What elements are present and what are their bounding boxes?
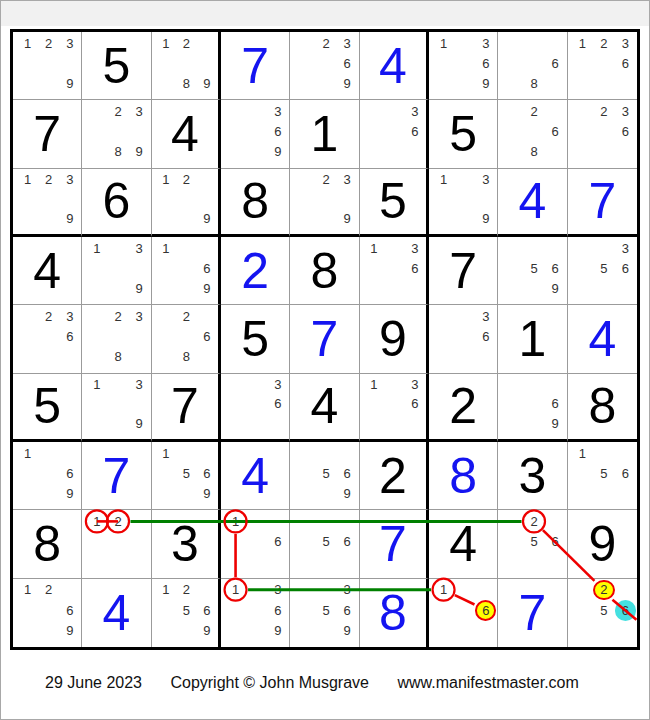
candidate-3: 3 [475,33,496,53]
candidates: 239 [294,170,357,228]
candidate-2: 2 [38,170,59,189]
candidates: 139 [86,375,149,433]
candidate-3: 3 [59,170,80,189]
candidate-6: 6 [615,258,636,278]
candidate-3: 3 [59,306,80,326]
candidates: 236 [572,101,636,161]
candidate-6: 6 [267,600,288,620]
given-digit: 2 [429,374,497,439]
candidate-3: 3 [615,33,636,53]
candidate-2: 2 [176,580,196,600]
cell-r1c9[interactable]: 1236 [568,32,637,100]
given-digit: 7 [13,100,81,167]
candidate-9: 9 [475,209,496,228]
candidate-9: 9 [545,414,566,433]
candidates: 569 [502,238,565,298]
candidate-8: 8 [523,142,544,162]
cell-r4c7[interactable]: 7 [429,237,498,305]
candidate-3: 3 [267,101,288,121]
given-digit: 5 [13,374,81,439]
candidate-5: 5 [315,463,336,483]
candidate-6: 6 [337,53,358,73]
candidates: 236 [17,306,80,366]
candidate-6: 6 [545,121,566,141]
candidate-1: 1 [572,443,593,463]
candidate-6: 6 [267,121,288,141]
solved-digit: 4 [498,169,566,234]
candidate-3: 3 [337,33,358,53]
candidate-2: 2 [38,306,59,326]
candidate-1: 1 [433,33,454,53]
cell-r6c4[interactable]: 36 [221,374,290,442]
candidate-9: 9 [59,483,80,503]
cell-r2c8[interactable]: 268 [498,100,567,168]
cell-r5c5[interactable]: 7 [290,305,359,373]
candidate-6: 6 [545,53,566,73]
candidate-1: 1 [156,443,176,463]
candidate-1: 1 [572,33,593,53]
cell-r4c5[interactable]: 8 [290,237,359,305]
candidate-2: 2 [107,306,128,326]
candidate-6: 6 [615,53,636,73]
candidate-3: 3 [475,170,496,189]
cell-r4c3[interactable]: 169 [152,237,221,305]
cell-r6c5[interactable]: 4 [290,374,359,442]
candidates: 139 [86,238,149,298]
candidate-8: 8 [523,73,544,93]
cell-r3c3[interactable]: 129 [152,169,221,237]
candidate-8: 8 [176,73,196,93]
cell-r6c6[interactable]: 136 [360,374,429,442]
candidates: 169 [156,238,217,298]
cell-r5c8[interactable]: 1 [498,305,567,373]
candidates: 268 [156,306,217,366]
candidate-5: 5 [176,463,196,483]
cell-r4c6[interactable]: 136 [360,237,429,305]
candidate-3: 3 [59,33,80,53]
cell-r5c6[interactable]: 9 [360,305,429,373]
cell-r5c9[interactable]: 4 [568,305,637,373]
given-digit: 6 [82,169,150,234]
cell-r1c1[interactable]: 1239 [13,32,82,100]
candidate-1: 1 [156,238,176,258]
cell-r8c6[interactable]: 7 [360,510,429,578]
candidate-3: 3 [615,238,636,258]
candidates: 12 [86,511,149,571]
candidate-9: 9 [197,278,217,298]
given-digit: 9 [568,510,637,577]
cell-r2c9[interactable]: 236 [568,100,637,168]
candidate-9: 9 [129,278,150,298]
candidates: 2369 [294,33,357,93]
candidate-6: 6 [59,600,80,620]
cell-r6c1[interactable]: 5 [13,374,82,442]
solved-digit: 8 [360,579,426,647]
cell-r8c1[interactable]: 8 [13,510,82,578]
cell-r8c8[interactable]: 256 [498,510,567,578]
candidate-3: 3 [129,375,150,394]
candidate-8: 8 [176,347,196,367]
cell-r3c8[interactable]: 4 [498,169,567,237]
footer-date: 29 June 2023 [45,674,142,691]
candidate-5: 5 [523,531,544,551]
candidate-3: 3 [267,375,288,394]
cell-r4c8[interactable]: 569 [498,237,567,305]
candidate-2: 2 [176,170,196,189]
candidate-5: 5 [176,600,196,620]
candidate-5: 5 [315,531,336,551]
candidate-6: 6 [545,258,566,278]
candidates: 12569 [156,580,217,641]
candidate-1: 1 [17,580,38,600]
sudoku-board: 1239512897236941369681236723894369136526… [10,29,640,650]
given-digit: 4 [13,237,81,304]
candidates: 256 [572,580,636,641]
cell-r7c7[interactable]: 8 [429,442,498,510]
candidate-6: 6 [197,463,217,483]
footer-url: www.manifestmaster.com [397,674,578,691]
candidate-3: 3 [337,580,358,600]
cell-r8c3[interactable]: 3 [152,510,221,578]
cell-r1c6[interactable]: 4 [360,32,429,100]
candidate-2: 2 [176,33,196,53]
candidate-6: 6 [615,600,636,620]
candidate-6: 6 [59,463,80,483]
cell-r8c9[interactable]: 9 [568,510,637,578]
cell-r5c1[interactable]: 236 [13,305,82,373]
candidate-6: 6 [197,258,217,278]
candidate-1: 1 [17,170,38,189]
candidate-3: 3 [615,101,636,121]
solved-digit: 8 [429,442,497,509]
cell-r4c9[interactable]: 356 [568,237,637,305]
candidate-6: 6 [475,600,496,620]
candidate-6: 6 [267,531,288,551]
candidates: 36 [225,375,288,433]
candidate-3: 3 [405,101,425,121]
given-digit: 7 [429,237,497,304]
candidate-2: 2 [315,170,336,189]
candidate-8: 8 [107,347,128,367]
cell-r3c7[interactable]: 139 [429,169,498,237]
given-digit: 8 [568,374,637,439]
candidates: 356 [572,238,636,298]
candidate-9: 9 [267,142,288,162]
candidate-1: 1 [86,511,107,531]
candidate-9: 9 [337,209,358,228]
candidate-1: 1 [156,580,176,600]
candidates: 169 [17,443,80,503]
candidate-3: 3 [405,238,425,258]
candidates: 369 [225,101,288,161]
candidates: 1236 [572,33,636,93]
solved-digit: 7 [82,442,150,509]
cell-r2c4[interactable]: 369 [221,100,290,168]
candidate-3: 3 [129,101,150,121]
candidates: 3569 [294,580,357,641]
solved-digit: 7 [290,305,358,372]
candidate-6: 6 [475,326,496,346]
cell-r1c7[interactable]: 1369 [429,32,498,100]
candidate-6: 6 [337,531,358,551]
footer-copyright: Copyright © John Musgrave [170,674,369,691]
cell-r5c4[interactable]: 5 [221,305,290,373]
cell-r7c1[interactable]: 169 [13,442,82,510]
cell-r9c3[interactable]: 12569 [152,579,221,647]
candidate-6: 6 [337,463,358,483]
given-digit: 4 [429,510,497,577]
candidate-5: 5 [593,600,614,620]
candidate-9: 9 [129,142,150,162]
cell-r9c1[interactable]: 1269 [13,579,82,647]
candidate-3: 3 [267,580,288,600]
cell-r4c4[interactable]: 2 [221,237,290,305]
candidates: 16 [225,511,288,571]
cell-r6c9[interactable]: 8 [568,374,637,442]
given-digit: 9 [360,305,426,372]
candidate-9: 9 [267,621,288,641]
candidates: 69 [502,375,565,433]
candidate-2: 2 [315,33,336,53]
cell-r7c8[interactable]: 3 [498,442,567,510]
candidate-1: 1 [433,170,454,189]
cell-r3c6[interactable]: 5 [360,169,429,237]
candidates: 1289 [156,33,217,93]
cell-r6c2[interactable]: 139 [82,374,151,442]
candidates: 16 [433,580,496,641]
solved-digit: 4 [221,442,289,509]
candidate-9: 9 [337,483,358,503]
candidates: 156 [572,443,636,503]
top-strip [1,1,649,26]
candidate-6: 6 [545,394,566,413]
candidates: 136 [364,375,425,433]
cell-r9c7[interactable]: 16 [429,579,498,647]
candidate-1: 1 [156,170,176,189]
candidate-9: 9 [337,621,358,641]
cell-r2c3[interactable]: 4 [152,100,221,168]
candidates: 56 [294,511,357,571]
cell-r3c5[interactable]: 239 [290,169,359,237]
candidate-5: 5 [523,258,544,278]
candidate-9: 9 [197,483,217,503]
candidate-3: 3 [129,306,150,326]
candidates: 2389 [86,101,149,161]
candidate-8: 8 [107,142,128,162]
cell-r7c2[interactable]: 7 [82,442,151,510]
cell-r2c6[interactable]: 36 [360,100,429,168]
cell-r1c4[interactable]: 7 [221,32,290,100]
solved-digit: 7 [498,579,566,647]
given-digit: 7 [152,374,218,439]
candidate-2: 2 [38,33,59,53]
candidate-6: 6 [405,258,425,278]
solved-digit: 4 [568,305,637,372]
candidates: 238 [86,306,149,366]
cell-r9c5[interactable]: 3569 [290,579,359,647]
candidate-2: 2 [523,511,544,531]
candidate-1: 1 [433,580,454,600]
candidate-5: 5 [593,463,614,483]
candidate-2: 2 [107,101,128,121]
given-digit: 5 [360,169,426,234]
cell-r5c7[interactable]: 36 [429,305,498,373]
cell-r1c8[interactable]: 68 [498,32,567,100]
cell-r9c4[interactable]: 1369 [221,579,290,647]
candidate-5: 5 [593,258,614,278]
candidates: 256 [502,511,565,571]
candidate-2: 2 [107,511,128,531]
cell-r2c1[interactable]: 7 [13,100,82,168]
candidate-1: 1 [86,375,107,394]
candidate-2: 2 [593,101,614,121]
cell-r6c8[interactable]: 69 [498,374,567,442]
candidate-1: 1 [225,511,246,531]
given-digit: 2 [360,442,426,509]
solved-digit: 7 [568,169,637,234]
cell-r9c6[interactable]: 8 [360,579,429,647]
cell-r7c9[interactable]: 156 [568,442,637,510]
solved-digit: 7 [360,510,426,577]
given-digit: 8 [221,169,289,234]
given-digit: 5 [82,32,150,99]
candidate-3: 3 [129,238,150,258]
candidate-2: 2 [593,580,614,600]
cell-r6c3[interactable]: 7 [152,374,221,442]
cell-r3c2[interactable]: 6 [82,169,151,237]
given-digit: 3 [152,510,218,577]
given-digit: 5 [221,305,289,372]
candidate-1: 1 [86,238,107,258]
candidate-9: 9 [545,278,566,298]
candidate-6: 6 [615,463,636,483]
candidate-9: 9 [59,73,80,93]
cell-r3c9[interactable]: 7 [568,169,637,237]
candidate-6: 6 [197,326,217,346]
solved-digit: 4 [360,32,426,99]
candidates: 1269 [17,580,80,641]
footer: 29 June 2023 Copyright © John Musgrave w… [45,674,645,692]
candidates: 1239 [17,170,80,228]
candidate-6: 6 [197,600,217,620]
cell-r4c2[interactable]: 139 [82,237,151,305]
cell-r1c3[interactable]: 1289 [152,32,221,100]
cell-r5c3[interactable]: 268 [152,305,221,373]
cell-r8c2[interactable]: 12 [82,510,151,578]
candidate-6: 6 [337,600,358,620]
candidate-9: 9 [59,209,80,228]
candidate-9: 9 [59,621,80,641]
candidate-9: 9 [197,73,217,93]
candidate-1: 1 [156,33,176,53]
cell-r9c8[interactable]: 7 [498,579,567,647]
solved-digit: 7 [221,32,289,99]
candidate-3: 3 [405,375,425,394]
candidates: 1369 [433,33,496,93]
given-digit: 4 [290,374,358,439]
candidate-6: 6 [545,531,566,551]
given-digit: 4 [152,100,218,167]
candidate-5: 5 [315,600,336,620]
candidate-1: 1 [17,443,38,463]
given-digit: 3 [498,442,566,509]
cell-r1c2[interactable]: 5 [82,32,151,100]
cell-r4c1[interactable]: 4 [13,237,82,305]
cell-r2c2[interactable]: 2389 [82,100,151,168]
cell-r7c4[interactable]: 4 [221,442,290,510]
candidate-6: 6 [475,53,496,73]
given-digit: 1 [290,100,358,167]
candidate-2: 2 [523,101,544,121]
candidates: 1569 [156,443,217,503]
candidate-6: 6 [615,121,636,141]
candidate-9: 9 [475,73,496,93]
cell-r9c2[interactable]: 4 [82,579,151,647]
candidate-6: 6 [59,326,80,346]
candidates: 136 [364,238,425,298]
candidate-6: 6 [267,394,288,413]
candidate-2: 2 [593,33,614,53]
given-digit: 8 [290,237,358,304]
candidates: 1239 [17,33,80,93]
cell-r7c5[interactable]: 569 [290,442,359,510]
cell-r7c3[interactable]: 1569 [152,442,221,510]
candidate-6: 6 [405,121,425,141]
cell-r1c5[interactable]: 2369 [290,32,359,100]
cell-r3c1[interactable]: 1239 [13,169,82,237]
candidates: 268 [502,101,565,161]
candidate-3: 3 [337,170,358,189]
cell-r9c9[interactable]: 256 [568,579,637,647]
cell-r7c6[interactable]: 2 [360,442,429,510]
solved-digit: 4 [82,579,150,647]
cell-r6c7[interactable]: 2 [429,374,498,442]
cell-r5c2[interactable]: 238 [82,305,151,373]
candidate-1: 1 [225,580,246,600]
candidate-9: 9 [197,621,217,641]
candidates: 36 [364,101,425,161]
given-digit: 1 [498,305,566,372]
cell-r8c7[interactable]: 4 [429,510,498,578]
candidate-6: 6 [405,394,425,413]
candidate-9: 9 [337,73,358,93]
given-digit: 5 [429,100,497,167]
candidates: 139 [433,170,496,228]
cell-r2c7[interactable]: 5 [429,100,498,168]
candidate-2: 2 [38,580,59,600]
cell-r8c5[interactable]: 56 [290,510,359,578]
candidate-2: 2 [176,306,196,326]
cell-r8c4[interactable]: 16 [221,510,290,578]
candidate-1: 1 [364,375,384,394]
candidates: 569 [294,443,357,503]
cell-r3c4[interactable]: 8 [221,169,290,237]
candidate-9: 9 [197,209,217,228]
candidate-3: 3 [475,306,496,326]
solved-digit: 2 [221,237,289,304]
cell-r2c5[interactable]: 1 [290,100,359,168]
candidates: 36 [433,306,496,366]
candidate-1: 1 [364,238,384,258]
candidates: 68 [502,33,565,93]
candidate-9: 9 [129,414,150,433]
given-digit: 8 [13,510,81,577]
candidate-1: 1 [17,33,38,53]
candidates: 129 [156,170,217,228]
candidates: 1369 [225,580,288,641]
